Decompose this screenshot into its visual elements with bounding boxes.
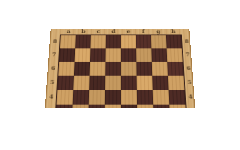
square-g6 [152,62,168,76]
square-b5 [73,76,89,90]
square-e6 [121,62,137,76]
rank-label-right-5: 5 [184,76,194,90]
square-g4 [153,90,170,105]
square-e5 [121,76,137,90]
square-h7 [167,48,183,61]
square-g5 [152,76,168,90]
square-h5 [168,76,185,90]
square-h3 [169,105,186,108]
chessboard: aabbccddeeffgghh8877665544332211 [45,29,195,108]
square-c4 [89,90,105,105]
board-field [53,34,190,108]
square-e4 [121,90,137,105]
square-a5 [57,76,74,90]
chessboard-product-photo: aabbccddeeffgghh8877665544332211 [0,0,240,150]
square-d5 [105,76,121,90]
square-a4 [56,90,73,105]
rank-label-right-7: 7 [183,48,193,61]
square-h6 [167,62,183,76]
rank-label-right-6: 6 [184,62,194,76]
square-a6 [58,62,74,76]
square-d3 [105,105,121,108]
square-g7 [151,48,167,61]
square-f3 [137,105,154,108]
square-f8 [136,35,151,48]
square-g3 [153,105,170,108]
square-b3 [72,105,89,108]
square-c5 [89,76,105,90]
rank-label-right-3: 3 [186,105,195,108]
square-b8 [75,35,91,48]
square-g8 [151,35,167,48]
square-d7 [105,48,120,61]
square-c6 [90,62,106,76]
square-c7 [90,48,106,61]
rank-label-left-3: 3 [45,105,56,108]
square-h4 [169,90,186,105]
square-d4 [105,90,121,105]
rank-label-right-4: 4 [185,90,195,105]
square-a8 [60,35,76,48]
square-a3 [56,105,73,108]
square-f4 [137,90,153,105]
square-d6 [105,62,121,76]
square-h8 [166,35,182,48]
square-c3 [88,105,105,108]
square-f7 [136,48,152,61]
square-f6 [136,62,152,76]
square-c8 [90,35,105,48]
square-a7 [59,48,75,61]
square-e3 [121,105,137,108]
square-b4 [73,90,90,105]
rank-label-right-8: 8 [182,35,192,48]
square-e8 [121,35,136,48]
square-d8 [106,35,121,48]
photo-crop-window: aabbccddeeffgghh8877665544332211 [45,29,195,108]
square-b6 [74,62,90,76]
square-f5 [137,76,153,90]
square-e7 [121,48,136,61]
square-b7 [75,48,91,61]
